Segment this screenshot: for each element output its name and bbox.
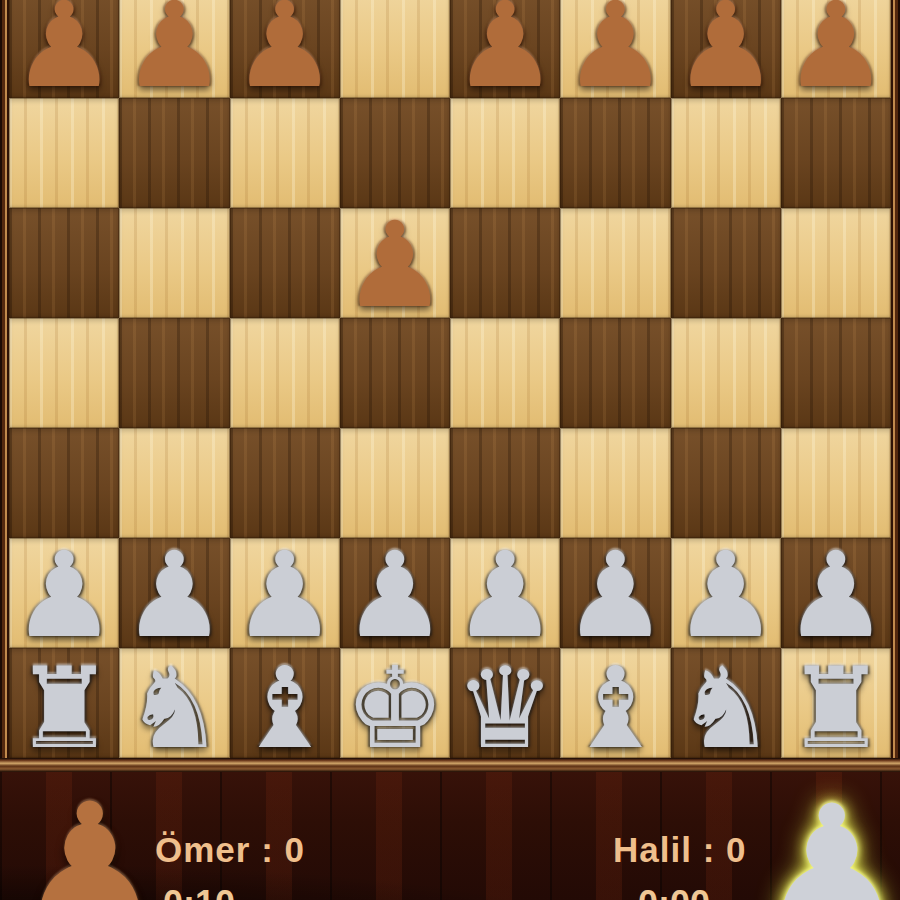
square-f3[interactable] xyxy=(230,98,340,208)
square-f2[interactable]: ♟ xyxy=(230,0,340,98)
square-e6[interactable] xyxy=(340,428,450,538)
square-g3[interactable] xyxy=(119,98,229,208)
black-bishop[interactable]: ♝ xyxy=(565,652,665,758)
black-rook[interactable]: ♜ xyxy=(14,652,114,758)
square-c8[interactable]: ♝ xyxy=(560,648,670,758)
square-e7[interactable]: ♟ xyxy=(340,538,450,648)
black-king[interactable]: ♚ xyxy=(345,652,445,758)
square-a3[interactable] xyxy=(781,98,891,208)
square-f6[interactable] xyxy=(230,428,340,538)
white-pawn[interactable]: ♟ xyxy=(121,0,227,104)
board-grid: ♜♞♝♚♛♝♞♜♟♟♟♟♟♟♟♟♟♟♟♟♟♟♟♟♜♞♝♚♛♝♞♜ xyxy=(9,0,891,758)
black-pawn[interactable]: ♟ xyxy=(121,536,227,654)
square-f4[interactable] xyxy=(230,208,340,318)
black-pawn[interactable]: ♟ xyxy=(452,536,558,654)
square-d8[interactable]: ♛ xyxy=(450,648,560,758)
white-pawn[interactable]: ♟ xyxy=(783,0,889,104)
square-b7[interactable]: ♟ xyxy=(671,538,781,648)
chess-app-screen: ♜♞♝♚♛♝♞♜♟♟♟♟♟♟♟♟♟♟♟♟♟♟♟♟♜♞♝♚♛♝♞♜ ♟ Ömer … xyxy=(0,0,900,900)
square-g4[interactable] xyxy=(119,208,229,318)
square-a7[interactable]: ♟ xyxy=(781,538,891,648)
square-e2[interactable] xyxy=(340,0,450,98)
white-pawn[interactable]: ♟ xyxy=(232,0,338,104)
square-h2[interactable]: ♟ xyxy=(9,0,119,98)
square-c6[interactable] xyxy=(560,428,670,538)
black-rook[interactable]: ♜ xyxy=(786,652,886,758)
square-g7[interactable]: ♟ xyxy=(119,538,229,648)
white-pawn[interactable]: ♟ xyxy=(562,0,668,104)
square-b3[interactable] xyxy=(671,98,781,208)
square-g2[interactable]: ♟ xyxy=(119,0,229,98)
square-e3[interactable] xyxy=(340,98,450,208)
board-frame-right xyxy=(891,0,900,758)
black-pawn[interactable]: ♟ xyxy=(673,536,779,654)
square-d4[interactable] xyxy=(450,208,560,318)
square-g5[interactable] xyxy=(119,318,229,428)
black-player-name-score: Halil : 0 xyxy=(613,832,746,867)
white-player-clock: 0:10 xyxy=(163,886,235,900)
square-c7[interactable]: ♟ xyxy=(560,538,670,648)
square-g6[interactable] xyxy=(119,428,229,538)
square-c2[interactable]: ♟ xyxy=(560,0,670,98)
square-b2[interactable]: ♟ xyxy=(671,0,781,98)
square-d2[interactable]: ♟ xyxy=(450,0,560,98)
square-b5[interactable] xyxy=(671,318,781,428)
square-d5[interactable] xyxy=(450,318,560,428)
square-h5[interactable] xyxy=(9,318,119,428)
square-b8[interactable]: ♞ xyxy=(671,648,781,758)
black-bishop[interactable]: ♝ xyxy=(234,652,334,758)
black-player-pawn-icon-active-turn: ♟ xyxy=(758,784,900,900)
square-a2[interactable]: ♟ xyxy=(781,0,891,98)
square-a4[interactable] xyxy=(781,208,891,318)
black-pawn[interactable]: ♟ xyxy=(562,536,668,654)
square-d6[interactable] xyxy=(450,428,560,538)
square-b4[interactable] xyxy=(671,208,781,318)
black-pawn[interactable]: ♟ xyxy=(232,536,338,654)
square-c3[interactable] xyxy=(560,98,670,208)
player-info-panel: ♟ Ömer : 0 0:10 Halil : 0 0:00 ♟ xyxy=(0,758,900,900)
white-pawn[interactable]: ♟ xyxy=(342,206,448,324)
white-pawn[interactable]: ♟ xyxy=(452,0,558,104)
square-d7[interactable]: ♟ xyxy=(450,538,560,648)
square-f8[interactable]: ♝ xyxy=(230,648,340,758)
chess-board[interactable]: ♜♞♝♚♛♝♞♜♟♟♟♟♟♟♟♟♟♟♟♟♟♟♟♟♜♞♝♚♛♝♞♜ xyxy=(0,0,900,758)
black-queen[interactable]: ♛ xyxy=(455,652,555,758)
black-pawn[interactable]: ♟ xyxy=(342,536,448,654)
white-pawn[interactable]: ♟ xyxy=(673,0,779,104)
white-player-name-score: Ömer : 0 xyxy=(155,832,305,867)
square-e8[interactable]: ♚ xyxy=(340,648,450,758)
white-player-pawn-icon: ♟ xyxy=(16,782,164,900)
square-g8[interactable]: ♞ xyxy=(119,648,229,758)
black-knight[interactable]: ♞ xyxy=(124,652,224,758)
black-knight[interactable]: ♞ xyxy=(675,652,775,758)
square-f7[interactable]: ♟ xyxy=(230,538,340,648)
black-pawn[interactable]: ♟ xyxy=(11,536,117,654)
square-h7[interactable]: ♟ xyxy=(9,538,119,648)
square-b6[interactable] xyxy=(671,428,781,538)
square-h6[interactable] xyxy=(9,428,119,538)
square-h4[interactable] xyxy=(9,208,119,318)
square-d3[interactable] xyxy=(450,98,560,208)
board-frame-left xyxy=(0,0,9,758)
square-c5[interactable] xyxy=(560,318,670,428)
square-c4[interactable] xyxy=(560,208,670,318)
white-pawn[interactable]: ♟ xyxy=(11,0,117,104)
square-a8[interactable]: ♜ xyxy=(781,648,891,758)
black-player-clock: 0:00 xyxy=(638,886,710,900)
square-e4[interactable]: ♟ xyxy=(340,208,450,318)
square-f5[interactable] xyxy=(230,318,340,428)
square-a6[interactable] xyxy=(781,428,891,538)
square-h8[interactable]: ♜ xyxy=(9,648,119,758)
black-pawn[interactable]: ♟ xyxy=(783,536,889,654)
square-h3[interactable] xyxy=(9,98,119,208)
square-a5[interactable] xyxy=(781,318,891,428)
square-e5[interactable] xyxy=(340,318,450,428)
